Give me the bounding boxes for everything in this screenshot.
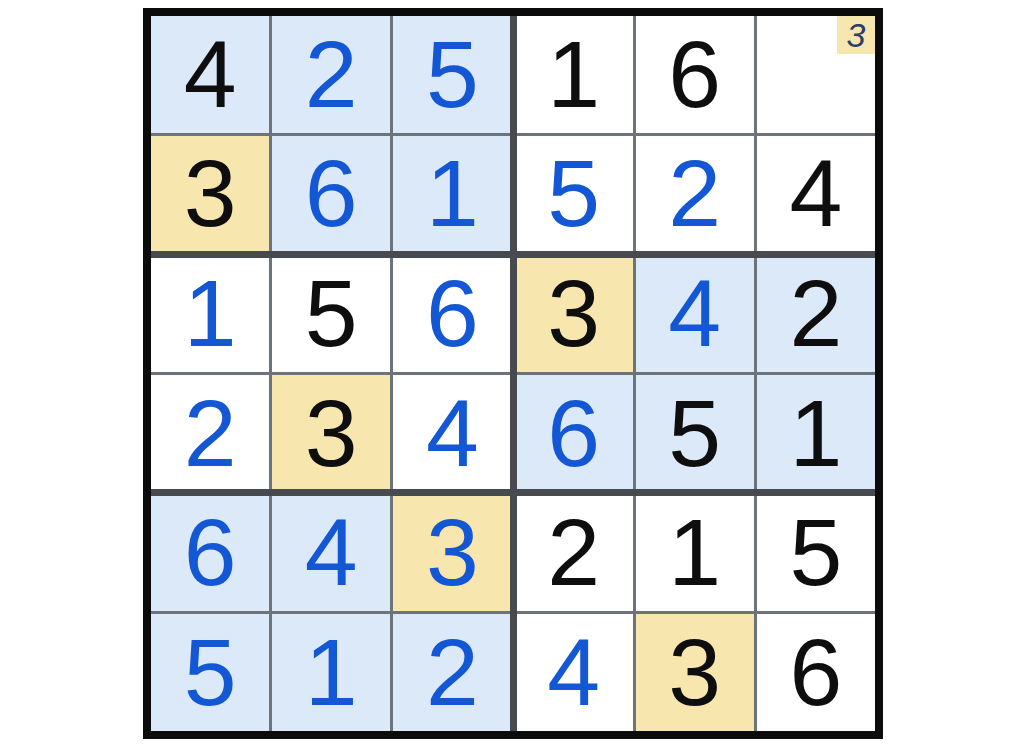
cell-value: 5 [305, 266, 358, 361]
cell-r4c5[interactable]: 5 [636, 375, 754, 492]
cell-value: 3 [547, 266, 600, 361]
cell-r3c4[interactable]: 3 [514, 255, 632, 372]
box-separator-horizontal-2 [151, 489, 875, 496]
box-separator-vertical [510, 16, 517, 731]
cell-r2c6[interactable]: 4 [757, 136, 875, 253]
cell-value: 3 [305, 386, 358, 481]
cell-r3c3[interactable]: 6 [393, 255, 511, 372]
cell-r6c4[interactable]: 4 [514, 614, 632, 731]
cell-value: 1 [184, 266, 237, 361]
cell-value: 5 [426, 27, 479, 122]
page-background: 425163361524156342234651643215512436 [0, 0, 1024, 749]
cell-value: 1 [789, 386, 842, 481]
cell-value: 4 [184, 27, 237, 122]
cell-value: 1 [305, 625, 358, 720]
cell-r1c4[interactable]: 1 [514, 16, 632, 133]
cell-r4c3[interactable]: 4 [393, 375, 511, 492]
cell-r4c4[interactable]: 6 [514, 375, 632, 492]
cell-value: 6 [184, 505, 237, 600]
cell-value: 5 [184, 625, 237, 720]
cell-value: 2 [789, 266, 842, 361]
cell-r5c6[interactable]: 5 [757, 495, 875, 612]
cell-r1c5[interactable]: 6 [636, 16, 754, 133]
cell-r5c4[interactable]: 2 [514, 495, 632, 612]
cell-value: 2 [668, 146, 721, 241]
cell-r3c5[interactable]: 4 [636, 255, 754, 372]
pencil-mark: 3 [837, 16, 875, 54]
cell-value: 4 [426, 386, 479, 481]
cell-value: 1 [547, 27, 600, 122]
cell-r2c1[interactable]: 3 [151, 136, 269, 253]
cell-r1c6[interactable]: 3 [757, 16, 875, 133]
cell-r4c1[interactable]: 2 [151, 375, 269, 492]
cell-value: 4 [789, 146, 842, 241]
cell-r2c2[interactable]: 6 [272, 136, 390, 253]
cell-value: 5 [547, 146, 600, 241]
cell-value: 6 [305, 146, 358, 241]
cell-r6c1[interactable]: 5 [151, 614, 269, 731]
cell-value: 6 [789, 625, 842, 720]
cell-r5c1[interactable]: 6 [151, 495, 269, 612]
cell-r4c2[interactable]: 3 [272, 375, 390, 492]
cell-value: 6 [547, 386, 600, 481]
box-separator-horizontal-1 [151, 251, 875, 258]
cell-value: 5 [668, 386, 721, 481]
cell-value: 1 [426, 146, 479, 241]
cell-r4c6[interactable]: 1 [757, 375, 875, 492]
cell-r3c2[interactable]: 5 [272, 255, 390, 372]
sudoku-board: 425163361524156342234651643215512436 [143, 8, 883, 739]
cell-r5c2[interactable]: 4 [272, 495, 390, 612]
cell-r2c3[interactable]: 1 [393, 136, 511, 253]
cell-r6c5[interactable]: 3 [636, 614, 754, 731]
cell-value: 2 [426, 625, 479, 720]
cell-r3c1[interactable]: 1 [151, 255, 269, 372]
cell-value: 6 [668, 27, 721, 122]
cell-value: 4 [547, 625, 600, 720]
cell-r1c2[interactable]: 2 [272, 16, 390, 133]
cell-value: 6 [426, 266, 479, 361]
cell-value: 4 [668, 266, 721, 361]
cell-r2c4[interactable]: 5 [514, 136, 632, 253]
cell-r6c3[interactable]: 2 [393, 614, 511, 731]
cell-r5c3[interactable]: 3 [393, 495, 511, 612]
cell-value: 2 [547, 505, 600, 600]
cell-value: 5 [789, 505, 842, 600]
cell-r6c6[interactable]: 6 [757, 614, 875, 731]
cell-value: 4 [305, 505, 358, 600]
cell-value: 1 [668, 505, 721, 600]
cell-r1c1[interactable]: 4 [151, 16, 269, 133]
cell-value: 3 [668, 625, 721, 720]
cell-r2c5[interactable]: 2 [636, 136, 754, 253]
cell-value: 2 [184, 386, 237, 481]
cell-r6c2[interactable]: 1 [272, 614, 390, 731]
cell-r1c3[interactable]: 5 [393, 16, 511, 133]
cell-r3c6[interactable]: 2 [757, 255, 875, 372]
cell-r5c5[interactable]: 1 [636, 495, 754, 612]
cell-value: 3 [426, 505, 479, 600]
cell-value: 2 [305, 27, 358, 122]
cell-value: 3 [184, 146, 237, 241]
